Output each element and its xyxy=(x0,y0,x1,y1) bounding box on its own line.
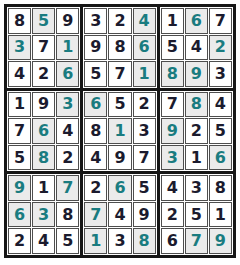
cell-r8c4[interactable]: 7 xyxy=(84,202,107,228)
cell-r3c7[interactable]: 8 xyxy=(161,61,184,87)
cell-r1c2[interactable]: 5 xyxy=(32,8,55,34)
cell-r8c5[interactable]: 4 xyxy=(108,202,131,228)
cell-r8c1[interactable]: 6 xyxy=(8,202,31,228)
cell-r1c9[interactable]: 7 xyxy=(209,8,232,34)
cell-r5c4[interactable]: 8 xyxy=(84,118,107,144)
cell-r1c4[interactable]: 3 xyxy=(84,8,107,34)
box-middle-right: 784925316 xyxy=(160,91,233,172)
cell-r3c2[interactable]: 2 xyxy=(32,61,55,87)
cell-r2c1[interactable]: 3 xyxy=(8,35,31,61)
box-bottom-right: 438251679 xyxy=(160,174,233,255)
cell-r9c4[interactable]: 1 xyxy=(84,228,107,254)
cell-r1c6[interactable]: 4 xyxy=(133,8,156,34)
cell-r8c6[interactable]: 9 xyxy=(133,202,156,228)
cell-r8c3[interactable]: 8 xyxy=(56,202,79,228)
cell-r3c5[interactable]: 7 xyxy=(108,61,131,87)
cell-r5c3[interactable]: 4 xyxy=(56,118,79,144)
cell-r8c2[interactable]: 3 xyxy=(32,202,55,228)
cell-r3c3[interactable]: 6 xyxy=(56,61,79,87)
cell-r4c7[interactable]: 7 xyxy=(161,92,184,118)
cell-r2c7[interactable]: 5 xyxy=(161,35,184,61)
cell-r5c8[interactable]: 2 xyxy=(185,118,208,144)
cell-r4c9[interactable]: 4 xyxy=(209,92,232,118)
cell-r3c8[interactable]: 9 xyxy=(185,61,208,87)
box-top-center: 324986571 xyxy=(83,7,156,88)
cell-r6c1[interactable]: 5 xyxy=(8,145,31,171)
box-bottom-left: 917638245 xyxy=(7,174,80,255)
cell-r1c3[interactable]: 9 xyxy=(56,8,79,34)
cell-r9c2[interactable]: 4 xyxy=(32,228,55,254)
cell-r8c9[interactable]: 1 xyxy=(209,202,232,228)
cell-r2c6[interactable]: 6 xyxy=(133,35,156,61)
cell-r7c7[interactable]: 4 xyxy=(161,175,184,201)
cell-r9c1[interactable]: 2 xyxy=(8,228,31,254)
cell-r2c3[interactable]: 1 xyxy=(56,35,79,61)
cell-r5c2[interactable]: 6 xyxy=(32,118,55,144)
cell-r6c5[interactable]: 9 xyxy=(108,145,131,171)
cell-r6c3[interactable]: 2 xyxy=(56,145,79,171)
cell-r7c5[interactable]: 6 xyxy=(108,175,131,201)
cell-r1c5[interactable]: 2 xyxy=(108,8,131,34)
cell-r2c5[interactable]: 8 xyxy=(108,35,131,61)
cell-r6c6[interactable]: 7 xyxy=(133,145,156,171)
cell-r4c4[interactable]: 6 xyxy=(84,92,107,118)
sudoku-page: 859371426 324986571 167542893 193764582 … xyxy=(0,0,240,265)
cell-r5c6[interactable]: 3 xyxy=(133,118,156,144)
cell-r1c7[interactable]: 1 xyxy=(161,8,184,34)
cell-r9c7[interactable]: 6 xyxy=(161,228,184,254)
cell-r4c6[interactable]: 2 xyxy=(133,92,156,118)
cell-r9c9[interactable]: 9 xyxy=(209,228,232,254)
cell-r6c7[interactable]: 3 xyxy=(161,145,184,171)
cell-r7c2[interactable]: 1 xyxy=(32,175,55,201)
cell-r5c9[interactable]: 5 xyxy=(209,118,232,144)
cell-r7c4[interactable]: 2 xyxy=(84,175,107,201)
cell-r2c2[interactable]: 7 xyxy=(32,35,55,61)
cell-r4c1[interactable]: 1 xyxy=(8,92,31,118)
cell-r9c8[interactable]: 7 xyxy=(185,228,208,254)
cell-r7c1[interactable]: 9 xyxy=(8,175,31,201)
cell-r5c5[interactable]: 1 xyxy=(108,118,131,144)
cell-r9c6[interactable]: 8 xyxy=(133,228,156,254)
cell-r6c8[interactable]: 1 xyxy=(185,145,208,171)
cell-r3c6[interactable]: 1 xyxy=(133,61,156,87)
cell-r1c8[interactable]: 6 xyxy=(185,8,208,34)
cell-r4c2[interactable]: 9 xyxy=(32,92,55,118)
box-bottom-center: 265749138 xyxy=(83,174,156,255)
cell-r7c9[interactable]: 8 xyxy=(209,175,232,201)
box-middle-center: 652813497 xyxy=(83,91,156,172)
cell-r6c4[interactable]: 4 xyxy=(84,145,107,171)
cell-r8c7[interactable]: 2 xyxy=(161,202,184,228)
cell-r5c7[interactable]: 9 xyxy=(161,118,184,144)
cell-r6c9[interactable]: 6 xyxy=(209,145,232,171)
cell-r2c4[interactable]: 9 xyxy=(84,35,107,61)
cell-r4c5[interactable]: 5 xyxy=(108,92,131,118)
cell-r2c9[interactable]: 2 xyxy=(209,35,232,61)
cell-r8c8[interactable]: 5 xyxy=(185,202,208,228)
sudoku-board: 859371426 324986571 167542893 193764582 … xyxy=(4,4,236,258)
cell-r7c3[interactable]: 7 xyxy=(56,175,79,201)
cell-r5c1[interactable]: 7 xyxy=(8,118,31,144)
box-middle-left: 193764582 xyxy=(7,91,80,172)
cell-r3c1[interactable]: 4 xyxy=(8,61,31,87)
cell-r3c9[interactable]: 3 xyxy=(209,61,232,87)
cell-r7c8[interactable]: 3 xyxy=(185,175,208,201)
box-top-left: 859371426 xyxy=(7,7,80,88)
box-top-right: 167542893 xyxy=(160,7,233,88)
cell-r3c4[interactable]: 5 xyxy=(84,61,107,87)
cell-r9c5[interactable]: 3 xyxy=(108,228,131,254)
cell-r1c1[interactable]: 8 xyxy=(8,8,31,34)
cell-r4c8[interactable]: 8 xyxy=(185,92,208,118)
cell-r2c8[interactable]: 4 xyxy=(185,35,208,61)
cell-r7c6[interactable]: 5 xyxy=(133,175,156,201)
cell-r9c3[interactable]: 5 xyxy=(56,228,79,254)
cell-r4c3[interactable]: 3 xyxy=(56,92,79,118)
cell-r6c2[interactable]: 8 xyxy=(32,145,55,171)
